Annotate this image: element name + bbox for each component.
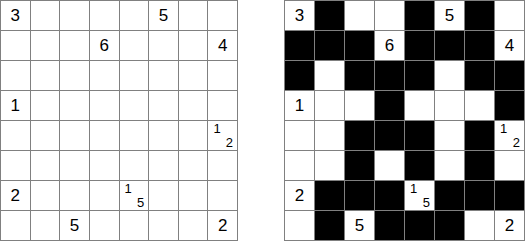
solution-cell-r3-c4 <box>405 91 434 120</box>
solution-cell-r1-c4 <box>405 31 434 60</box>
solution-cell-r3-c1 <box>315 91 344 120</box>
puzzle-cell-r7-c2: 5 <box>60 211 89 240</box>
clue-value: 5 <box>355 217 364 234</box>
puzzle-cell-r0-c5: 5 <box>149 1 178 30</box>
puzzle-cell-r2-c7 <box>208 61 237 90</box>
solution-cell-r0-c1 <box>315 1 344 30</box>
puzzle-cell-r1-c7: 4 <box>208 31 237 60</box>
clue-value: 5 <box>70 217 79 234</box>
solution-cell-r0-c6 <box>465 1 494 30</box>
clue-value-first: 1 <box>213 122 220 135</box>
puzzle-cell-r4-c1 <box>31 121 60 150</box>
solution-cell-r5-c3 <box>375 151 404 180</box>
puzzle-cell-r7-c0 <box>1 211 30 240</box>
solution-cell-r5-c6 <box>465 151 494 180</box>
puzzle-cell-r7-c1 <box>31 211 60 240</box>
puzzle-cell-r1-c1 <box>31 31 60 60</box>
puzzle-cell-r0-c6 <box>179 1 208 30</box>
puzzle-cell-r6-c4: 15 <box>120 181 149 210</box>
solution-cell-r0-c5: 5 <box>435 1 464 30</box>
puzzle-cell-r5-c7 <box>208 151 237 180</box>
puzzle-cell-r6-c7 <box>208 181 237 210</box>
puzzle-cell-r2-c5 <box>149 61 178 90</box>
solution-cell-r6-c2 <box>345 181 374 210</box>
clue-value: 1 <box>11 97 20 114</box>
clue-value-second: 5 <box>423 196 430 209</box>
puzzle-cell-r3-c4 <box>120 91 149 120</box>
solution-cell-r3-c0: 1 <box>285 91 314 120</box>
puzzle-cell-r3-c2 <box>60 91 89 120</box>
puzzle-cell-r2-c6 <box>179 61 208 90</box>
solution-cell-r2-c5 <box>435 61 464 90</box>
solution-cell-r2-c0 <box>285 61 314 90</box>
solution-cell-r4-c0 <box>285 121 314 150</box>
solution-cell-r4-c7: 12 <box>495 121 524 150</box>
puzzle-cell-r0-c1 <box>31 1 60 30</box>
solution-cell-r1-c7: 4 <box>495 31 524 60</box>
solution-cell-r7-c2: 5 <box>345 211 374 240</box>
clue-value: 2 <box>505 217 514 234</box>
solution-cell-r2-c3 <box>375 61 404 90</box>
puzzle-cell-r4-c3 <box>90 121 119 150</box>
solution-cell-r3-c3 <box>375 91 404 120</box>
puzzle-cell-r5-c5 <box>149 151 178 180</box>
puzzle-cell-r4-c4 <box>120 121 149 150</box>
puzzle-cell-r4-c7: 12 <box>208 121 237 150</box>
solution-cell-r7-c3 <box>375 211 404 240</box>
puzzle-cell-r2-c0 <box>1 61 30 90</box>
clue-value-first: 1 <box>125 182 132 195</box>
solution-cell-r2-c6 <box>465 61 494 90</box>
solution-cell-r5-c0 <box>285 151 314 180</box>
tapa-puzzle-grid: 356411221552 <box>0 0 238 241</box>
solution-cell-r4-c6 <box>465 121 494 150</box>
puzzle-cell-r7-c6 <box>179 211 208 240</box>
puzzle-cell-r5-c2 <box>60 151 89 180</box>
solution-cell-r1-c5 <box>435 31 464 60</box>
solution-cell-r6-c4: 15 <box>405 181 434 210</box>
puzzle-cell-r5-c0 <box>1 151 30 180</box>
clue-value: 4 <box>505 37 514 54</box>
puzzle-cell-r3-c1 <box>31 91 60 120</box>
clue-value-second: 2 <box>513 136 520 149</box>
solution-cell-r3-c5 <box>435 91 464 120</box>
puzzle-cell-r0-c7 <box>208 1 237 30</box>
puzzle-cell-r2-c3 <box>90 61 119 90</box>
puzzle-cell-r0-c4 <box>120 1 149 30</box>
solution-cell-r0-c7 <box>495 1 524 30</box>
solution-cell-r6-c1 <box>315 181 344 210</box>
solution-cell-r3-c2 <box>345 91 374 120</box>
puzzle-cell-r6-c0: 2 <box>1 181 30 210</box>
puzzle-cell-r0-c2 <box>60 1 89 30</box>
puzzle-cell-r3-c7 <box>208 91 237 120</box>
solution-cell-r3-c6 <box>465 91 494 120</box>
solution-cell-r4-c2 <box>345 121 374 150</box>
solution-cell-r7-c4 <box>405 211 434 240</box>
clue-value: 5 <box>445 7 454 24</box>
puzzle-cell-r7-c5 <box>149 211 178 240</box>
clue-value: 3 <box>11 7 20 24</box>
solution-cell-r2-c2 <box>345 61 374 90</box>
clue-value: 6 <box>99 37 108 54</box>
solution-cell-r4-c3 <box>375 121 404 150</box>
solution-cell-r0-c0: 3 <box>285 1 314 30</box>
solution-cell-r3-c7 <box>495 91 524 120</box>
puzzle-cell-r7-c7: 2 <box>208 211 237 240</box>
puzzle-cell-r2-c1 <box>31 61 60 90</box>
puzzle-cell-r6-c1 <box>31 181 60 210</box>
solution-cell-r5-c4 <box>405 151 434 180</box>
puzzle-cell-r6-c6 <box>179 181 208 210</box>
clue-value-second: 5 <box>137 196 144 209</box>
clue-value: 2 <box>295 187 304 204</box>
puzzle-cell-r0-c0: 3 <box>1 1 30 30</box>
clue-value: 4 <box>218 37 227 54</box>
solution-cell-r0-c4 <box>405 1 434 30</box>
solution-cell-r5-c5 <box>435 151 464 180</box>
puzzle-cell-r3-c3 <box>90 91 119 120</box>
solution-cell-r6-c5 <box>435 181 464 210</box>
clue-value: 6 <box>385 37 394 54</box>
solution-cell-r7-c1 <box>315 211 344 240</box>
solution-cell-r1-c6 <box>465 31 494 60</box>
puzzle-cell-r1-c0 <box>1 31 30 60</box>
solution-cell-r2-c4 <box>405 61 434 90</box>
solution-cell-r0-c2 <box>345 1 374 30</box>
puzzle-cell-r6-c3 <box>90 181 119 210</box>
puzzle-cell-r1-c3: 6 <box>90 31 119 60</box>
solution-cell-r6-c7 <box>495 181 524 210</box>
puzzle-cell-r0-c3 <box>90 1 119 30</box>
puzzle-cell-r4-c5 <box>149 121 178 150</box>
clue-value: 5 <box>159 7 168 24</box>
solution-cell-r7-c7: 2 <box>495 211 524 240</box>
solution-cell-r4-c1 <box>315 121 344 150</box>
puzzle-cell-r7-c3 <box>90 211 119 240</box>
tapa-figure: 356411221552 356411221552 <box>0 0 525 241</box>
solution-cell-r6-c0: 2 <box>285 181 314 210</box>
puzzle-cell-r1-c2 <box>60 31 89 60</box>
puzzle-cell-r2-c2 <box>60 61 89 90</box>
clue-value: 2 <box>218 217 227 234</box>
puzzle-cell-r1-c6 <box>179 31 208 60</box>
puzzle-cell-r7-c4 <box>120 211 149 240</box>
puzzle-cell-r4-c2 <box>60 121 89 150</box>
clue-value-first: 1 <box>500 122 507 135</box>
puzzle-cell-r3-c6 <box>179 91 208 120</box>
solution-cell-r2-c7 <box>495 61 524 90</box>
puzzle-cell-r6-c5 <box>149 181 178 210</box>
solution-cell-r5-c1 <box>315 151 344 180</box>
puzzle-cell-r3-c0: 1 <box>1 91 30 120</box>
solution-cell-r1-c0 <box>285 31 314 60</box>
solution-cell-r6-c3 <box>375 181 404 210</box>
puzzle-cell-r3-c5 <box>149 91 178 120</box>
clue-value: 1 <box>295 97 304 114</box>
solution-cell-r1-c1 <box>315 31 344 60</box>
puzzle-cell-r1-c5 <box>149 31 178 60</box>
puzzle-cell-r4-c6 <box>179 121 208 150</box>
solution-cell-r7-c6 <box>465 211 494 240</box>
puzzle-cell-r5-c3 <box>90 151 119 180</box>
clue-value: 2 <box>11 187 20 204</box>
solution-cell-r0-c3 <box>375 1 404 30</box>
solution-cell-r1-c2 <box>345 31 374 60</box>
solution-cell-r5-c7 <box>495 151 524 180</box>
puzzle-cell-r4-c0 <box>1 121 30 150</box>
solution-cell-r4-c4 <box>405 121 434 150</box>
solution-cell-r7-c5 <box>435 211 464 240</box>
solution-cell-r7-c0 <box>285 211 314 240</box>
puzzle-cell-r2-c4 <box>120 61 149 90</box>
clue-value-second: 2 <box>226 136 233 149</box>
puzzle-cell-r5-c6 <box>179 151 208 180</box>
clue-value-first: 1 <box>410 182 417 195</box>
solution-cell-r5-c2 <box>345 151 374 180</box>
puzzle-cell-r1-c4 <box>120 31 149 60</box>
solution-cell-r4-c5 <box>435 121 464 150</box>
clue-value: 3 <box>295 7 304 24</box>
solution-cell-r1-c3: 6 <box>375 31 404 60</box>
tapa-solution-grid: 356411221552 <box>284 0 525 241</box>
puzzle-cell-r5-c1 <box>31 151 60 180</box>
puzzle-cell-r5-c4 <box>120 151 149 180</box>
solution-cell-r6-c6 <box>465 181 494 210</box>
solution-cell-r2-c1 <box>315 61 344 90</box>
puzzle-cell-r6-c2 <box>60 181 89 210</box>
